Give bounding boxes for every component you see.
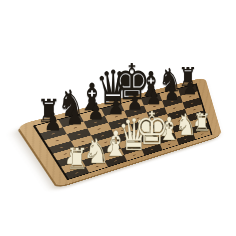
pieces-layer: ♜♞♝♛♚♝♞♜♟♟♟♟♟♟♟♟♟♟♟♟♟♟♟♟♜♞♝♛♚♝♞♜ [0,0,236,236]
scene: ♜♞♝♛♚♝♞♜♟♟♟♟♟♟♟♟♟♟♟♟♟♟♟♟♜♞♝♛♚♝♞♜ [0,0,236,236]
piece-white-rook[interactable]: ♜ [193,111,211,135]
piece-black-pawn[interactable]: ♟ [182,78,197,98]
piece-black-pawn[interactable]: ♟ [44,110,62,135]
piece-black-pawn[interactable]: ♟ [66,105,84,129]
piece-black-pawn[interactable]: ♟ [87,100,104,123]
piece-black-pawn[interactable]: ♟ [165,82,180,103]
